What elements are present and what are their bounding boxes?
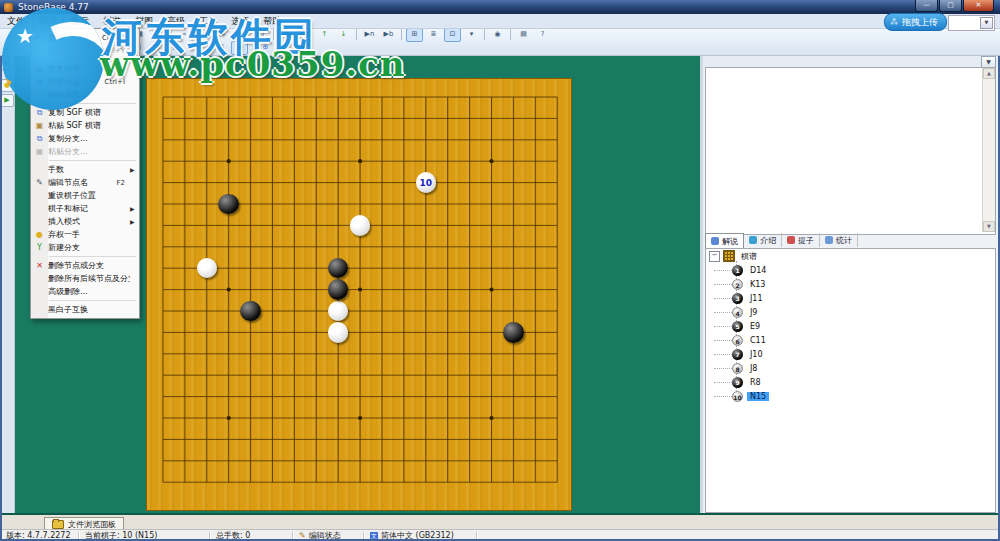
menubar-item[interactable]: 棋谱: [96, 15, 128, 28]
tab-label: 介绍: [760, 235, 776, 246]
toolbar-separator: [510, 29, 511, 40]
menubar-item[interactable]: 高级: [160, 15, 192, 28]
chevron-down-icon: ▼: [980, 17, 993, 29]
tree-move-label: R8: [747, 378, 764, 387]
folder-icon: [52, 520, 64, 529]
go-stone-black-E9[interactable]: [240, 301, 261, 322]
menu-shortcut: F2: [117, 179, 130, 187]
toolbar-button[interactable]: ▶n: [361, 28, 378, 42]
kifu-icon: [723, 250, 735, 262]
window-title: StoneBase 4.77: [18, 2, 89, 12]
menu-item[interactable]: ●弃权一手: [31, 228, 139, 241]
menu-item[interactable]: ▦棋谱信息Ctrl+I: [31, 75, 139, 88]
menu-item-icon: ▣: [31, 121, 48, 130]
menubar-item[interactable]: 选项: [224, 15, 256, 28]
star-point: [358, 288, 362, 292]
toolbar-button[interactable]: ▶a: [297, 28, 314, 42]
tree-root-label: 棋谱: [738, 251, 760, 262]
go-stone-white-K13[interactable]: [350, 215, 371, 236]
toolbar-button[interactable]: ◀: [195, 28, 212, 42]
toolbar-separator: [273, 29, 274, 40]
menubar-item[interactable]: 编辑: [32, 14, 64, 29]
toolbar-button[interactable]: ◀a: [278, 28, 295, 42]
tree-move-label: E9: [747, 322, 763, 331]
toolbar-button[interactable]: ⊕: [257, 41, 274, 55]
menu-shortcut: Ctrl+Z: [102, 34, 130, 42]
menu-item-label: 粘贴分支...: [48, 146, 130, 157]
menubar-item[interactable]: 工具: [192, 15, 224, 28]
menu-item-label: 编码方式...: [48, 89, 130, 100]
menu-item-icon: ▦: [31, 64, 48, 73]
menu-item[interactable]: 重设棋子位置: [31, 189, 139, 202]
tree-move-row[interactable]: 6C11: [706, 333, 995, 347]
commentary-area[interactable]: ▲ ▼: [705, 67, 996, 235]
tree-move-label: C11: [747, 336, 769, 345]
tab-icon: [749, 236, 757, 244]
tab-label: 提子: [798, 235, 814, 246]
tree-move-row[interactable]: 2K13: [706, 277, 995, 291]
menu-item-label: 撤销: [48, 32, 102, 43]
tree-move-label-selected: N15: [747, 392, 769, 401]
move-number-label: 10: [416, 172, 437, 193]
menu-item-icon: Y: [31, 243, 48, 252]
toolbar-button[interactable]: ↓: [335, 28, 352, 42]
toolbar-button[interactable]: ⊡: [444, 28, 461, 42]
tree-move-row[interactable]: 5E9: [706, 319, 995, 333]
toolbar-separator: [484, 29, 485, 40]
menu-item-label: 棋谱信息: [48, 76, 105, 87]
toolbar-button[interactable]: ▤: [515, 28, 532, 42]
toolbar-button[interactable]: ▾: [463, 28, 480, 42]
toolbar-button[interactable]: ✎: [186, 41, 203, 55]
menu-item-label: 重做: [48, 45, 102, 56]
menu-item-icon: ↷: [31, 46, 48, 55]
menubar-item[interactable]: 文件: [0, 15, 32, 28]
left-dock-strip: ▦ 演示棋盘 ● ▶: [0, 55, 15, 513]
menu-item[interactable]: 编码方式...: [31, 88, 139, 101]
menu-item-icon: ↶: [31, 33, 48, 42]
menu-separator: [49, 103, 136, 104]
menu-item-label: 恢复棋谱: [48, 63, 130, 74]
menu-separator: [49, 59, 136, 60]
toolbar-button[interactable]: △: [167, 41, 184, 55]
toolbar-button[interactable]: »: [233, 28, 250, 42]
menu-item[interactable]: 删除所有后续节点及分支: [31, 272, 139, 285]
menu-item[interactable]: ▣粘贴 SGF 棋谱: [31, 119, 139, 132]
toolbar-button[interactable]: ◉: [489, 28, 506, 42]
menu-item[interactable]: ↷重做Ctrl+Y: [31, 44, 139, 57]
toolbar-button[interactable]: ◫: [150, 28, 167, 42]
tree-move-label: J10: [747, 350, 766, 359]
menu-item-icon: ⧉: [31, 134, 48, 144]
star-point: [358, 416, 362, 420]
tree-move-label: J8: [747, 364, 760, 373]
right-panel: ▼ ▲ ▼ 解说介绍提子统计 −棋谱1D142K133J114J95E96C11…: [703, 55, 998, 513]
tab-item[interactable]: 提子: [782, 233, 820, 247]
scroll-up-icon[interactable]: ▲: [983, 68, 995, 79]
toolbar-button[interactable]: ✕: [295, 41, 312, 55]
tree-stone-icon-white: 2: [732, 279, 743, 290]
menu-item[interactable]: 棋子和标记▶: [31, 202, 139, 215]
upload-dropdown-box[interactable]: ▼: [948, 15, 995, 31]
menu-item-label: 手数: [48, 164, 130, 175]
star-point: [358, 159, 362, 163]
menubar-item[interactable]: 树图: [128, 15, 160, 28]
toolbar-separator: [252, 42, 253, 53]
tab-icon: [825, 236, 833, 244]
toolbar-separator: [356, 29, 357, 40]
menu-separator: [49, 160, 136, 161]
tree-stone-icon-white: 8: [732, 363, 743, 374]
menu-item-label: 复制分支...: [48, 133, 130, 144]
toolbar-button[interactable]: ▶: [214, 28, 231, 42]
menu-item-icon: ▦: [31, 77, 48, 86]
toolbar-button[interactable]: ⊞: [406, 28, 423, 42]
scroll-down-icon[interactable]: ▼: [983, 221, 995, 232]
tree-move-row[interactable]: 9R8: [706, 375, 995, 389]
menu-item-label: 重设棋子位置: [48, 190, 130, 201]
left-strip-label[interactable]: 演示棋盘: [2, 73, 13, 77]
menu-item[interactable]: ▦恢复棋谱: [31, 62, 139, 75]
menu-item[interactable]: ⧉复制 SGF 棋谱: [31, 106, 139, 119]
tree-root-row[interactable]: −棋谱: [706, 249, 995, 263]
tab-label: 解说: [722, 236, 738, 247]
tree-move-row[interactable]: 1D14: [706, 263, 995, 277]
menu-item-label: 删除节点或分支: [48, 260, 130, 271]
go-stone-white-J8[interactable]: [328, 322, 349, 343]
upload-button-label: 拖拽上传: [902, 16, 938, 29]
menubar-item[interactable]: 帮助: [256, 15, 288, 28]
tab-item[interactable]: 介绍: [744, 233, 782, 247]
tree-stone-icon-white: 4: [732, 307, 743, 318]
menu-item-label: 编辑节点名: [48, 177, 117, 188]
menu-separator: [49, 300, 136, 301]
menu-item-label: 黑白子互换: [48, 304, 130, 315]
menu-item[interactable]: ✎编辑节点名F2: [31, 176, 139, 189]
go-stone-black-R8[interactable]: [503, 322, 524, 343]
star-point: [227, 416, 231, 420]
toolbar-separator: [207, 42, 208, 53]
toolbar-button[interactable]: ▣: [231, 41, 248, 55]
commentary-scrollbar[interactable]: ▲ ▼: [982, 68, 995, 232]
tab-item[interactable]: 统计: [820, 233, 858, 247]
toolbar-button[interactable]: □: [148, 41, 165, 55]
go-board[interactable]: 10: [146, 78, 572, 511]
right-panel-toolbar: ▼: [703, 55, 998, 67]
star-point: [489, 416, 493, 420]
tree-move-row[interactable]: 10N15: [706, 389, 995, 403]
toolbar-button[interactable]: ▶|: [252, 28, 269, 42]
close-button[interactable]: ✕: [963, 0, 994, 12]
tree-move-row[interactable]: 4J9: [706, 305, 995, 319]
tree-stone-icon-black: 5: [732, 321, 743, 332]
move-tree[interactable]: −棋谱1D142K133J114J95E96C117J108J89R810N15: [705, 248, 996, 513]
tree-move-label: D14: [747, 266, 769, 275]
tree-move-label: K13: [747, 280, 768, 289]
menu-shortcut: Ctrl+I: [105, 78, 130, 86]
edit-menu: ↶撤销Ctrl+Z↷重做Ctrl+Y▦恢复棋谱▦棋谱信息Ctrl+I编码方式..…: [30, 28, 140, 319]
stonebase-window: StoneBase 4.77 — ▢ ✕ 文件编辑显示棋谱树图高级工具选项帮助 …: [0, 0, 1000, 541]
menu-item[interactable]: 高级删除...: [31, 285, 139, 298]
menu-item-icon: ●: [31, 230, 48, 239]
menu-item[interactable]: Y新建分支: [31, 241, 139, 254]
app-icon: [4, 3, 13, 12]
submenu-arrow-icon: ▶: [130, 166, 139, 173]
window-frame-left: [0, 14, 2, 541]
toolbar-button[interactable]: ◫: [212, 41, 229, 55]
menubar-item[interactable]: 显示: [64, 15, 96, 28]
toolbar-button[interactable]: ⁂: [276, 41, 293, 55]
tab-selected[interactable]: 解说: [705, 233, 744, 249]
menu-item[interactable]: 插入模式▶: [31, 215, 139, 228]
toolbar: ▦◫«◀▶»▶|◀a▶a↑↓▶n▶b⊞≣⊡▾◉▤? ■□△✎◫▣⊕⁂✕: [0, 28, 1000, 56]
menubar: 文件编辑显示棋谱树图高级工具选项帮助: [0, 14, 1000, 29]
tree-stone-icon-black: 7: [732, 349, 743, 360]
star-point: [227, 159, 231, 163]
menu-separator: [49, 256, 136, 257]
menu-item-icon: ⧉: [31, 108, 48, 118]
collapse-icon[interactable]: −: [709, 251, 720, 262]
tab-label: 统计: [836, 235, 852, 246]
menu-item-label: 删除所有后续节点及分支: [48, 273, 130, 284]
menu-item-label: 新建分支: [48, 242, 130, 253]
stone-ball-icon[interactable]: ●: [1, 79, 14, 92]
tab-icon: [787, 236, 795, 244]
menu-item-label: 棋子和标记: [48, 203, 130, 214]
toolbar-separator: [401, 29, 402, 40]
menu-item[interactable]: ✕删除节点或分支: [31, 259, 139, 272]
menu-item-icon: ✎: [31, 178, 48, 187]
menu-item-label: 粘贴 SGF 棋谱: [48, 120, 130, 131]
tree-stone-icon-white: 10: [732, 391, 743, 402]
tree-move-row[interactable]: 8J8: [706, 361, 995, 375]
star-point: [489, 288, 493, 292]
toolbar-button[interactable]: ?: [534, 28, 551, 42]
go-stone-white-N15[interactable]: 10: [416, 172, 437, 193]
tree-move-row[interactable]: 3J11: [706, 291, 995, 305]
titlebar[interactable]: StoneBase 4.77 — ▢ ✕: [0, 0, 1000, 14]
toolbar-button[interactable]: ↑: [316, 28, 333, 42]
menu-shortcut: Ctrl+Y: [102, 47, 130, 55]
tree-stone-icon-black: 3: [732, 293, 743, 304]
go-stone-black-D14[interactable]: [218, 194, 239, 215]
tab-icon: [711, 237, 719, 245]
submenu-arrow-icon: ▶: [130, 205, 139, 212]
star-point: [227, 288, 231, 292]
menu-item-icon: ✕: [31, 261, 48, 270]
right-panel-tabs: 解说介绍提子统计: [705, 233, 996, 248]
board-grid: [147, 79, 571, 510]
menu-item[interactable]: 手数▶: [31, 163, 139, 176]
menu-item[interactable]: 黑白子互换: [31, 303, 139, 316]
play-icon[interactable]: ▶: [1, 94, 14, 107]
tree-stone-icon-black: 1: [732, 265, 743, 276]
maximize-button[interactable]: ▢: [939, 0, 962, 12]
upload-icon: ⁂: [890, 18, 898, 27]
menu-item[interactable]: ↶撤销Ctrl+Z: [31, 31, 139, 44]
menu-item[interactable]: ▣粘贴分支...: [31, 145, 139, 158]
upload-button[interactable]: ⁂ 拖拽上传: [884, 13, 947, 31]
submenu-arrow-icon: ▶: [130, 218, 139, 225]
menu-item-label: 高级删除...: [48, 286, 130, 297]
tree-stone-icon-white: 6: [732, 335, 743, 346]
menu-item-label: 插入模式: [48, 216, 130, 227]
toolbar-button[interactable]: «: [176, 28, 193, 42]
tree-move-label: J9: [747, 308, 760, 317]
toolbar-button[interactable]: ≣: [425, 28, 442, 42]
menu-item-label: 复制 SGF 棋谱: [48, 107, 130, 118]
demo-panel-icon[interactable]: ▦: [1, 57, 14, 70]
tree-stone-icon-black: 9: [732, 377, 743, 388]
toolbar-separator: [171, 29, 172, 40]
toolbar-button[interactable]: ▶b: [380, 28, 397, 42]
menu-item[interactable]: ⧉复制分支...: [31, 132, 139, 145]
menu-item-icon: ▣: [31, 147, 48, 156]
minimize-button[interactable]: —: [915, 0, 938, 12]
tree-move-row[interactable]: 7J10: [706, 347, 995, 361]
go-stone-black-J10[interactable]: [328, 279, 349, 300]
menu-item-label: 弃权一手: [48, 229, 130, 240]
tree-move-label: J11: [747, 294, 766, 303]
star-point: [489, 159, 493, 163]
